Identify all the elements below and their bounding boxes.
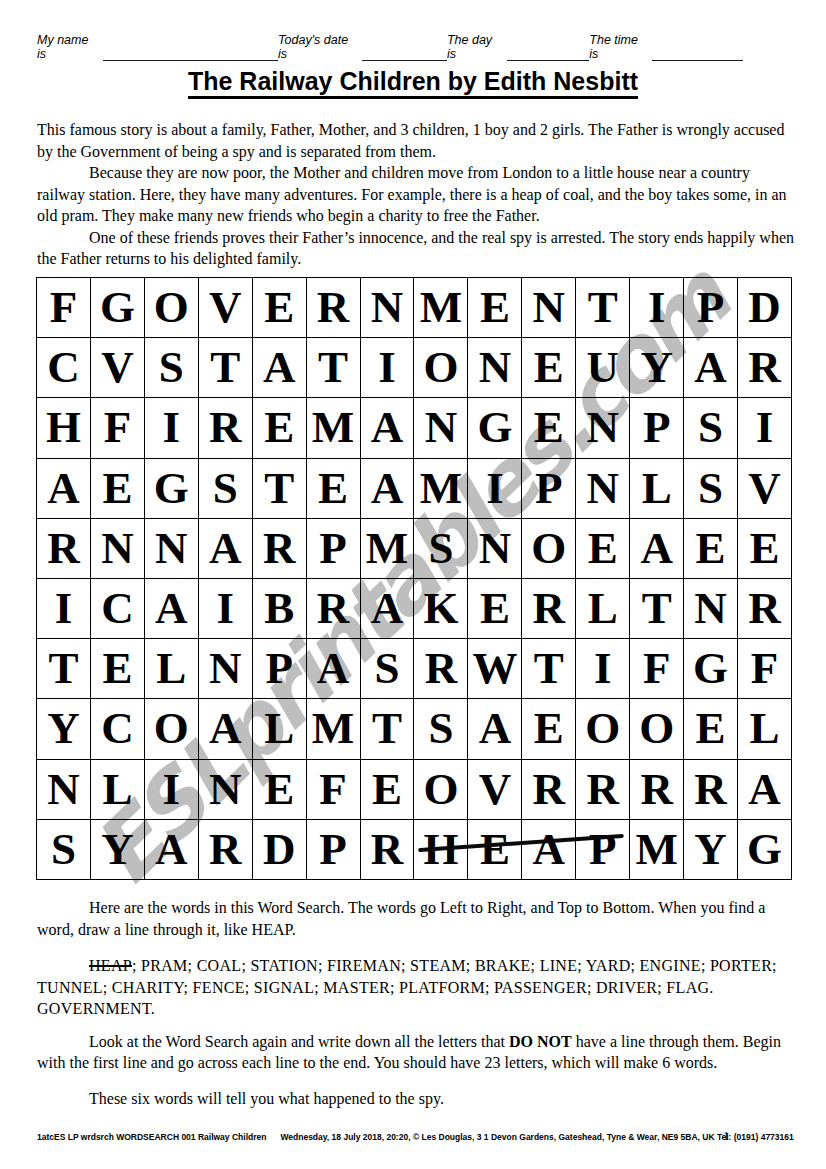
grid-cell-r3c14[interactable]: I — [738, 398, 792, 458]
grid-cell-r5c3[interactable]: N — [145, 519, 199, 579]
grid-cell-r4c5[interactable]: T — [253, 459, 307, 519]
grid-cell-r6c10[interactable]: R — [522, 579, 576, 639]
story-text: This famous story is about a family, Fat… — [37, 119, 794, 270]
grid-cell-r1c3[interactable]: O — [145, 278, 199, 338]
grid-cell-r6c8[interactable]: K — [414, 579, 468, 639]
footer-doc-id: 1atcES LP wrdsrch WORDSEARCH 001 Railway… — [37, 1132, 266, 1142]
grid-cell-r1c8[interactable]: M — [414, 278, 468, 338]
time-field-group: The time is — [589, 33, 743, 61]
grid-cell-r7c6[interactable]: A — [307, 639, 361, 699]
word-list-rest: ; PRAM; COAL; STATION; FIREMAN; STEAM; B… — [37, 957, 777, 1017]
word-search-area: FGOVERNMENTIPDCVSTATIONEUYARHFIREMANGENP… — [36, 277, 792, 880]
grid-cell-r7c8[interactable]: R — [414, 639, 468, 699]
grid-cell-r1c12[interactable]: I — [630, 278, 684, 338]
grid-cell-r3c7[interactable]: A — [361, 398, 415, 458]
grid-cell-r8c3[interactable]: O — [145, 699, 199, 759]
grid-cell-r6c3[interactable]: A — [145, 579, 199, 639]
final-hint-line: These six words will tell you what happe… — [37, 1088, 794, 1110]
grid-cell-r7c3[interactable]: L — [145, 639, 199, 699]
grid-cell-r3c10[interactable]: E — [522, 398, 576, 458]
bottom-text: Here are the words in this Word Search. … — [37, 897, 794, 1109]
grid-cell-r4c4[interactable]: S — [199, 459, 253, 519]
grid-cell-r8c10[interactable]: E — [522, 699, 576, 759]
grid-cell-r6c4[interactable]: I — [199, 579, 253, 639]
grid-cell-r2c11[interactable]: U — [576, 338, 630, 398]
day-field-group: The day is — [447, 33, 589, 61]
grid-cell-r3c11[interactable]: N — [576, 398, 630, 458]
grid-cell-r1c6[interactable]: R — [307, 278, 361, 338]
grid-cell-r9c12[interactable]: R — [630, 760, 684, 820]
grid-cell-r1c5[interactable]: E — [253, 278, 307, 338]
grid-cell-r3c12[interactable]: P — [630, 398, 684, 458]
grid-cell-r6c1[interactable]: I — [37, 579, 91, 639]
word-list: HEAP; PRAM; COAL; STATION; FIREMAN; STEA… — [37, 955, 794, 1020]
grid-cell-r8c6[interactable]: M — [307, 699, 361, 759]
grid-cell-r2c9[interactable]: N — [468, 338, 522, 398]
grid-cell-r7c1[interactable]: T — [37, 639, 91, 699]
grid-cell-r8c1[interactable]: Y — [37, 699, 91, 759]
grid-cell-r6c5[interactable]: B — [253, 579, 307, 639]
grid-cell-r10c2[interactable]: Y — [91, 820, 145, 880]
grid-cell-r4c3[interactable]: G — [145, 459, 199, 519]
grid-cell-r7c7[interactable]: S — [361, 639, 415, 699]
grid-cell-r10c14[interactable]: G — [738, 820, 792, 880]
grid-cell-r5c11[interactable]: E — [576, 519, 630, 579]
grid-cell-r7c13[interactable]: G — [684, 639, 738, 699]
grid-cell-r3c5[interactable]: E — [253, 398, 307, 458]
grid-cell-r9c1[interactable]: N — [37, 760, 91, 820]
grid-cell-r2c3[interactable]: S — [145, 338, 199, 398]
grid-cell-r9c3[interactable]: I — [145, 760, 199, 820]
grid-cell-r7c9[interactable]: W — [468, 639, 522, 699]
grid-cell-r5c1[interactable]: R — [37, 519, 91, 579]
grid-cell-r6c11[interactable]: L — [576, 579, 630, 639]
grid-cell-r1c11[interactable]: T — [576, 278, 630, 338]
day-label: The day is — [447, 33, 504, 61]
grid-cell-r7c4[interactable]: N — [199, 639, 253, 699]
grid-cell-r3c1[interactable]: H — [37, 398, 91, 458]
grid-cell-r6c12[interactable]: T — [630, 579, 684, 639]
grid-cell-r9c8[interactable]: O — [414, 760, 468, 820]
grid-cell-r5c14[interactable]: E — [738, 519, 792, 579]
grid-cell-r7c12[interactable]: F — [630, 639, 684, 699]
grid-cell-r5c13[interactable]: E — [684, 519, 738, 579]
story-paragraph-1: This famous story is about a family, Fat… — [37, 119, 794, 162]
grid-cell-r8c4[interactable]: A — [199, 699, 253, 759]
grid-cell-r1c14[interactable]: D — [738, 278, 792, 338]
grid-cell-r10c7[interactable]: R — [361, 820, 415, 880]
grid-cell-r10c9[interactable]: E — [468, 820, 522, 880]
grid-cell-r3c4[interactable]: R — [199, 398, 253, 458]
grid-cell-r9c4[interactable]: N — [199, 760, 253, 820]
letters-instruction: Look at the Word Search again and write … — [37, 1031, 794, 1074]
date-blank[interactable] — [362, 47, 447, 61]
grid-cell-r2c1[interactable]: C — [37, 338, 91, 398]
grid-cell-r3c2[interactable]: F — [91, 398, 145, 458]
header-fill-in-line: My name is Today's date is The day is Th… — [37, 33, 743, 61]
grid-cell-r5c6[interactable]: P — [307, 519, 361, 579]
grid-cell-r8c9[interactable]: A — [468, 699, 522, 759]
story-paragraph-2: Because they are now poor, the Mother an… — [37, 162, 794, 227]
grid-cell-r9c5[interactable]: E — [253, 760, 307, 820]
grid-cell-r1c10[interactable]: N — [522, 278, 576, 338]
time-blank[interactable] — [652, 47, 743, 61]
grid-cell-r9c7[interactable]: E — [361, 760, 415, 820]
grid-cell-r7c14[interactable]: F — [738, 639, 792, 699]
grid-cell-r2c10[interactable]: E — [522, 338, 576, 398]
grid-cell-r9c13[interactable]: R — [684, 760, 738, 820]
page-title: The Railway Children by Edith Nesbitt — [0, 67, 826, 96]
grid-cell-r4c13[interactable]: S — [684, 459, 738, 519]
date-label: Today's date is — [278, 33, 359, 61]
grid-cell-r7c5[interactable]: P — [253, 639, 307, 699]
grid-cell-r10c6[interactable]: P — [307, 820, 361, 880]
grid-cell-r9c9[interactable]: V — [468, 760, 522, 820]
grid-cell-r9c10[interactable]: R — [522, 760, 576, 820]
word-search-grid: FGOVERNMENTIPDCVSTATIONEUYARHFIREMANGENP… — [36, 277, 792, 880]
grid-cell-r5c5[interactable]: R — [253, 519, 307, 579]
grid-cell-r1c1[interactable]: F — [37, 278, 91, 338]
grid-cell-r10c1[interactable]: S — [37, 820, 91, 880]
footer: 1atcES LP wrdsrch WORDSEARCH 001 Railway… — [37, 1132, 794, 1142]
grid-cell-r7c10[interactable]: T — [522, 639, 576, 699]
grid-cell-r10c10[interactable]: A — [522, 820, 576, 880]
grid-cell-r10c3[interactable]: A — [145, 820, 199, 880]
grid-cell-r2c7[interactable]: I — [361, 338, 415, 398]
grid-cell-r2c12[interactable]: Y — [630, 338, 684, 398]
grid-cell-r3c9[interactable]: G — [468, 398, 522, 458]
name-blank[interactable] — [103, 47, 278, 61]
grid-cell-r2c14[interactable]: R — [738, 338, 792, 398]
grid-cell-r5c8[interactable]: S — [414, 519, 468, 579]
day-blank[interactable] — [507, 47, 590, 61]
grid-cell-r10c5[interactable]: D — [253, 820, 307, 880]
grid-cell-r8c8[interactable]: S — [414, 699, 468, 759]
grid-cell-r3c8[interactable]: N — [414, 398, 468, 458]
grid-cell-r10c4[interactable]: R — [199, 820, 253, 880]
grid-cell-r6c13[interactable]: N — [684, 579, 738, 639]
grid-cell-r6c7[interactable]: A — [361, 579, 415, 639]
grid-cell-r6c2[interactable]: C — [91, 579, 145, 639]
grid-cell-r8c5[interactable]: L — [253, 699, 307, 759]
grid-cell-r8c12[interactable]: O — [630, 699, 684, 759]
grid-cell-r8c7[interactable]: T — [361, 699, 415, 759]
grid-cell-r5c9[interactable]: N — [468, 519, 522, 579]
grid-cell-r2c6[interactable]: T — [307, 338, 361, 398]
grid-cell-r6c14[interactable]: R — [738, 579, 792, 639]
grid-cell-r1c7[interactable]: N — [361, 278, 415, 338]
grid-cell-r9c2[interactable]: L — [91, 760, 145, 820]
footer-credit: Wednesday, 18 July 2018, 20:20, © Les Do… — [280, 1132, 793, 1142]
grid-cell-r1c9[interactable]: E — [468, 278, 522, 338]
word-list-struck-heap: HEAP — [89, 957, 132, 974]
worksheet-page: My name is Today's date is The day is Th… — [0, 0, 826, 1169]
grid-cell-r4c1[interactable]: A — [37, 459, 91, 519]
grid-cell-r6c9[interactable]: E — [468, 579, 522, 639]
grid-cell-r8c11[interactable]: O — [576, 699, 630, 759]
grid-cell-r5c4[interactable]: A — [199, 519, 253, 579]
grid-cell-r10c12[interactable]: M — [630, 820, 684, 880]
grid-cell-r1c2[interactable]: G — [91, 278, 145, 338]
grid-cell-r9c11[interactable]: R — [576, 760, 630, 820]
grid-cell-r1c13[interactable]: P — [684, 278, 738, 338]
name-label: My name is — [37, 33, 100, 61]
grid-cell-r4c7[interactable]: A — [361, 459, 415, 519]
grid-cell-r2c2[interactable]: V — [91, 338, 145, 398]
grid-cell-r6c6[interactable]: R — [307, 579, 361, 639]
grid-cell-r8c13[interactable]: E — [684, 699, 738, 759]
grid-cell-r7c2[interactable]: E — [91, 639, 145, 699]
grid-cell-r9c14[interactable]: A — [738, 760, 792, 820]
time-label: The time is — [589, 33, 649, 61]
grid-cell-r7c11[interactable]: I — [576, 639, 630, 699]
page-number: 1 — [723, 1129, 729, 1144]
grid-cell-r2c4[interactable]: T — [199, 338, 253, 398]
grid-cell-r4c12[interactable]: L — [630, 459, 684, 519]
grid-cell-r5c12[interactable]: A — [630, 519, 684, 579]
grid-cell-r4c9[interactable]: I — [468, 459, 522, 519]
grid-cell-r3c6[interactable]: M — [307, 398, 361, 458]
grid-cell-r2c8[interactable]: O — [414, 338, 468, 398]
date-field-group: Today's date is — [278, 33, 447, 61]
grid-cell-r8c14[interactable]: L — [738, 699, 792, 759]
grid-cell-r4c14[interactable]: V — [738, 459, 792, 519]
grid-cell-r3c13[interactable]: S — [684, 398, 738, 458]
grid-cell-r5c7[interactable]: M — [361, 519, 415, 579]
grid-cell-r5c10[interactable]: O — [522, 519, 576, 579]
word-search-intro: Here are the words in this Word Search. … — [37, 897, 794, 940]
name-field-group: My name is — [37, 33, 278, 61]
grid-cell-r2c5[interactable]: A — [253, 338, 307, 398]
grid-cell-r4c2[interactable]: E — [91, 459, 145, 519]
grid-cell-r3c3[interactable]: I — [145, 398, 199, 458]
grid-cell-r4c8[interactable]: M — [414, 459, 468, 519]
grid-cell-r10c13[interactable]: Y — [684, 820, 738, 880]
grid-cell-r8c2[interactable]: C — [91, 699, 145, 759]
letters-instruction-start: Look at the Word Search again and write … — [89, 1033, 509, 1050]
grid-cell-r4c10[interactable]: P — [522, 459, 576, 519]
grid-cell-r2c13[interactable]: A — [684, 338, 738, 398]
grid-cell-r1c4[interactable]: V — [199, 278, 253, 338]
grid-cell-r5c2[interactable]: N — [91, 519, 145, 579]
grid-cell-r9c6[interactable]: F — [307, 760, 361, 820]
grid-cell-r10c11[interactable]: P — [576, 820, 630, 880]
do-not-bold: DO NOT — [509, 1033, 572, 1050]
grid-cell-r4c6[interactable]: E — [307, 459, 361, 519]
grid-cell-r4c11[interactable]: N — [576, 459, 630, 519]
